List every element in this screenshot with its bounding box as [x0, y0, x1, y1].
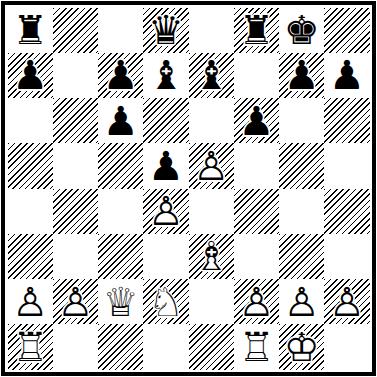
square-c2[interactable]: ♛♕: [98, 279, 143, 324]
square-c4[interactable]: [98, 189, 143, 234]
chessboard: ♜♛♜♚♟♟♝♝♟♟♟♟♟♟♙♟♙♝♗♟♙♟♙♛♕♞♘♟♙♟♙♟♙♜♖♜♖♚♔: [8, 8, 370, 370]
square-h7[interactable]: ♟: [324, 53, 369, 98]
square-h2[interactable]: ♟♙: [324, 279, 369, 324]
piece-wP[interactable]: ♟♙: [53, 279, 98, 324]
square-f3[interactable]: [234, 234, 279, 279]
square-g1[interactable]: ♚♔: [279, 324, 324, 369]
square-e5[interactable]: ♟♙: [189, 143, 234, 188]
square-g3[interactable]: [279, 234, 324, 279]
square-d5[interactable]: ♟: [143, 143, 188, 188]
piece-outline: ♖: [234, 324, 279, 369]
square-a7[interactable]: ♟: [8, 53, 53, 98]
square-e3[interactable]: ♝♗: [189, 234, 234, 279]
piece-bB[interactable]: ♝: [143, 53, 188, 98]
piece-wN[interactable]: ♞♘: [143, 279, 188, 324]
piece-bP[interactable]: ♟: [8, 53, 53, 98]
piece-outline: ♙: [279, 279, 324, 324]
piece-outline: ♙: [8, 279, 53, 324]
piece-bP[interactable]: ♟: [324, 53, 369, 98]
square-g2[interactable]: ♟♙: [279, 279, 324, 324]
piece-bP[interactable]: ♟: [98, 98, 143, 143]
square-d8[interactable]: ♛: [143, 8, 188, 53]
square-g6[interactable]: [279, 98, 324, 143]
square-c3[interactable]: [98, 234, 143, 279]
square-e6[interactable]: [189, 98, 234, 143]
square-e7[interactable]: ♝: [189, 53, 234, 98]
square-f1[interactable]: ♜♖: [234, 324, 279, 369]
piece-outline: ♙: [143, 189, 188, 234]
square-b5[interactable]: [53, 143, 98, 188]
piece-outline: ♙: [189, 143, 234, 188]
piece-outline: ♖: [8, 324, 53, 369]
square-a4[interactable]: [8, 189, 53, 234]
square-e2[interactable]: [189, 279, 234, 324]
square-a5[interactable]: [8, 143, 53, 188]
square-g4[interactable]: [279, 189, 324, 234]
square-g7[interactable]: ♟: [279, 53, 324, 98]
piece-outline: ♘: [143, 279, 188, 324]
square-e4[interactable]: [189, 189, 234, 234]
piece-outline: ♗: [189, 234, 234, 279]
piece-outline: ♙: [324, 279, 369, 324]
square-a1[interactable]: ♜♖: [8, 324, 53, 369]
piece-bK[interactable]: ♚: [279, 8, 324, 53]
piece-bP[interactable]: ♟: [279, 53, 324, 98]
piece-wP[interactable]: ♟♙: [189, 143, 234, 188]
piece-wB[interactable]: ♝♗: [189, 234, 234, 279]
piece-bB[interactable]: ♝: [189, 53, 234, 98]
square-a6[interactable]: [8, 98, 53, 143]
square-h3[interactable]: [324, 234, 369, 279]
square-d4[interactable]: ♟♙: [143, 189, 188, 234]
square-d7[interactable]: ♝: [143, 53, 188, 98]
square-c7[interactable]: ♟: [98, 53, 143, 98]
piece-bQ[interactable]: ♛: [143, 8, 188, 53]
square-h5[interactable]: [324, 143, 369, 188]
square-d1[interactable]: [143, 324, 188, 369]
square-a3[interactable]: [8, 234, 53, 279]
piece-bP[interactable]: ♟: [234, 98, 279, 143]
piece-outline: ♔: [279, 324, 324, 369]
piece-outline: ♙: [234, 279, 279, 324]
board-border: ♜♛♜♚♟♟♝♝♟♟♟♟♟♟♙♟♙♝♗♟♙♟♙♛♕♞♘♟♙♟♙♟♙♜♖♜♖♚♔: [1, 1, 376, 376]
square-b4[interactable]: [53, 189, 98, 234]
square-b3[interactable]: [53, 234, 98, 279]
square-f2[interactable]: ♟♙: [234, 279, 279, 324]
square-g5[interactable]: [279, 143, 324, 188]
square-f6[interactable]: ♟: [234, 98, 279, 143]
chess-diagram: ♜♛♜♚♟♟♝♝♟♟♟♟♟♟♙♟♙♝♗♟♙♟♙♛♕♞♘♟♙♟♙♟♙♜♖♜♖♚♔: [0, 0, 377, 377]
square-g8[interactable]: ♚: [279, 8, 324, 53]
square-e8[interactable]: [189, 8, 234, 53]
square-h6[interactable]: [324, 98, 369, 143]
square-h1[interactable]: [324, 324, 369, 369]
piece-outline: ♙: [53, 279, 98, 324]
square-c5[interactable]: [98, 143, 143, 188]
piece-wK[interactable]: ♚♔: [279, 324, 324, 369]
square-b8[interactable]: [53, 8, 98, 53]
piece-bP[interactable]: ♟: [98, 53, 143, 98]
piece-wP[interactable]: ♟♙: [324, 279, 369, 324]
square-h4[interactable]: [324, 189, 369, 234]
square-d3[interactable]: [143, 234, 188, 279]
square-b7[interactable]: [53, 53, 98, 98]
piece-wR[interactable]: ♜♖: [234, 324, 279, 369]
piece-wP[interactable]: ♟♙: [234, 279, 279, 324]
square-a2[interactable]: ♟♙: [8, 279, 53, 324]
piece-wP[interactable]: ♟♙: [8, 279, 53, 324]
square-f4[interactable]: [234, 189, 279, 234]
square-e1[interactable]: [189, 324, 234, 369]
square-b2[interactable]: ♟♙: [53, 279, 98, 324]
square-c8[interactable]: [98, 8, 143, 53]
piece-outline: ♕: [98, 279, 143, 324]
square-c6[interactable]: ♟: [98, 98, 143, 143]
square-b6[interactable]: [53, 98, 98, 143]
square-f5[interactable]: [234, 143, 279, 188]
square-b1[interactable]: [53, 324, 98, 369]
square-f8[interactable]: ♜: [234, 8, 279, 53]
square-c1[interactable]: [98, 324, 143, 369]
piece-bP[interactable]: ♟: [143, 143, 188, 188]
square-f7[interactable]: [234, 53, 279, 98]
piece-bR[interactable]: ♜: [8, 8, 53, 53]
square-d6[interactable]: [143, 98, 188, 143]
piece-wP[interactable]: ♟♙: [143, 189, 188, 234]
square-d2[interactable]: ♞♘: [143, 279, 188, 324]
piece-wQ[interactable]: ♛♕: [98, 279, 143, 324]
square-h8[interactable]: [324, 8, 369, 53]
piece-wR[interactable]: ♜♖: [8, 324, 53, 369]
square-a8[interactable]: ♜: [8, 8, 53, 53]
piece-wP[interactable]: ♟♙: [279, 279, 324, 324]
piece-bR[interactable]: ♜: [234, 8, 279, 53]
